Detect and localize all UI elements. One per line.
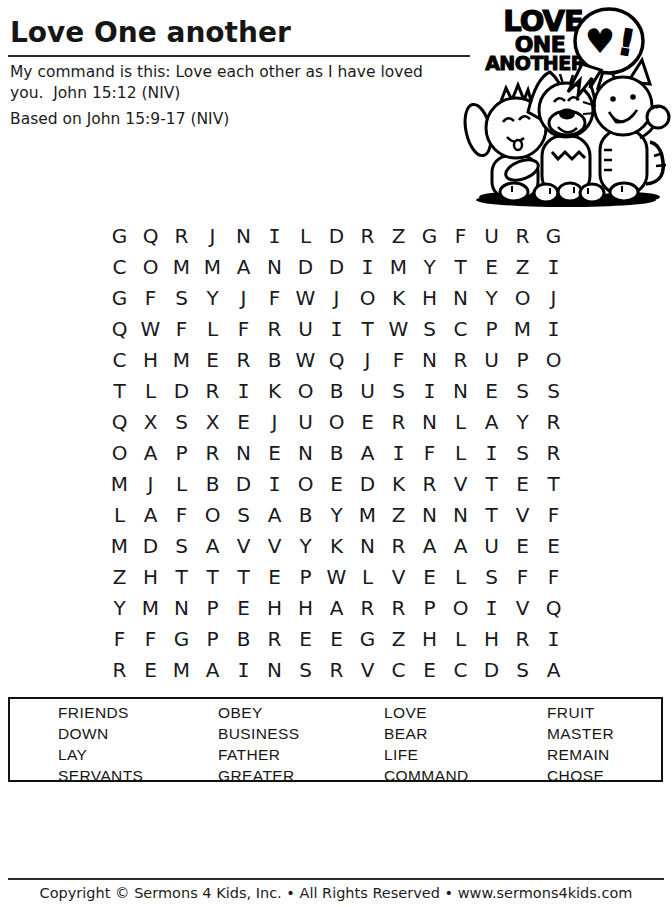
grid-cell[interactable]: R <box>507 220 538 251</box>
grid-cell[interactable]: R <box>507 623 538 654</box>
grid-cell[interactable]: O <box>135 251 166 282</box>
grid-cell[interactable]: S <box>166 406 197 437</box>
grid-cell[interactable]: O <box>290 375 321 406</box>
grid-cell[interactable]: D <box>290 251 321 282</box>
grid-cell[interactable]: Y <box>507 406 538 437</box>
grid-cell[interactable]: T <box>197 561 228 592</box>
grid-cell[interactable]: E <box>476 251 507 282</box>
grid-cell[interactable]: R <box>104 654 135 685</box>
grid-cell[interactable]: T <box>445 251 476 282</box>
grid-cell[interactable]: V <box>507 592 538 623</box>
grid-cell[interactable]: S <box>507 437 538 468</box>
grid-cell[interactable]: L <box>445 437 476 468</box>
grid-cell[interactable]: N <box>166 592 197 623</box>
grid-cell[interactable]: M <box>166 344 197 375</box>
grid-cell[interactable]: M <box>166 654 197 685</box>
grid-cell[interactable]: N <box>228 220 259 251</box>
footer-divider <box>8 878 664 880</box>
grid-cell[interactable]: V <box>383 561 414 592</box>
grid-cell[interactable]: Q <box>104 406 135 437</box>
grid-cell[interactable]: G <box>538 220 569 251</box>
grid-cell[interactable]: Y <box>104 592 135 623</box>
grid-cell[interactable]: T <box>538 468 569 499</box>
grid-cell[interactable]: A <box>197 654 228 685</box>
grid-cell[interactable]: N <box>414 499 445 530</box>
grid-cell[interactable]: N <box>445 499 476 530</box>
grid-cell[interactable]: S <box>507 375 538 406</box>
grid-cell[interactable]: E <box>321 468 352 499</box>
grid-cell[interactable]: F <box>445 220 476 251</box>
grid-cell[interactable]: S <box>476 561 507 592</box>
grid-cell[interactable]: R <box>414 468 445 499</box>
grid-cell[interactable]: U <box>476 220 507 251</box>
grid-cell[interactable]: P <box>166 437 197 468</box>
grid-cell[interactable]: R <box>352 592 383 623</box>
grid-cell[interactable]: I <box>476 592 507 623</box>
grid-cell[interactable]: L <box>445 561 476 592</box>
grid-cell[interactable]: W <box>135 313 166 344</box>
grid-cell[interactable]: N <box>259 251 290 282</box>
grid-cell[interactable]: S <box>538 375 569 406</box>
grid-cell[interactable]: N <box>228 437 259 468</box>
grid-cell[interactable]: V <box>445 468 476 499</box>
grid-cell[interactable]: U <box>290 313 321 344</box>
grid-cell[interactable]: L <box>290 220 321 251</box>
grid-cell[interactable]: I <box>259 468 290 499</box>
based-on-text: Based on John 15:9-17 (NIV) <box>10 110 480 128</box>
grid-cell[interactable]: V <box>507 499 538 530</box>
grid-cell[interactable]: T <box>352 313 383 344</box>
grid-cell[interactable]: P <box>476 313 507 344</box>
grid-cell[interactable]: E <box>290 623 321 654</box>
grid-cell[interactable]: I <box>538 313 569 344</box>
grid-cell[interactable]: N <box>445 375 476 406</box>
grid-cell[interactable]: T <box>166 561 197 592</box>
word-bank-item: OBEY <box>218 702 300 723</box>
worksheet-page: Love One another My command is this: Lov… <box>0 0 672 907</box>
grid-cell[interactable]: H <box>476 623 507 654</box>
grid-cell[interactable]: A <box>476 406 507 437</box>
grid-cell[interactable]: F <box>166 499 197 530</box>
grid-cell[interactable]: K <box>383 282 414 313</box>
grid-cell[interactable]: N <box>290 437 321 468</box>
grid-cell[interactable]: O <box>290 468 321 499</box>
grid-cell[interactable]: J <box>321 282 352 313</box>
grid-cell[interactable]: F <box>228 313 259 344</box>
love-one-another-illustration: LOVE ONE ANOTHER ♥ ! <box>462 0 672 212</box>
grid-cell[interactable]: R <box>538 437 569 468</box>
grid-cell[interactable]: Q <box>135 220 166 251</box>
word-bank-item: CHOSE <box>547 765 614 786</box>
grid-cell[interactable]: Z <box>383 499 414 530</box>
grid-cell[interactable]: F <box>135 623 166 654</box>
grid-cell[interactable]: B <box>321 437 352 468</box>
grid-cell[interactable]: M <box>197 251 228 282</box>
grid-cell[interactable]: D <box>321 251 352 282</box>
grid-cell[interactable]: J <box>228 282 259 313</box>
grid-cell[interactable]: E <box>259 437 290 468</box>
grid-cell[interactable]: C <box>104 251 135 282</box>
grid-cell[interactable]: S <box>166 282 197 313</box>
grid-cell[interactable]: E <box>507 468 538 499</box>
grid-cell[interactable]: G <box>166 623 197 654</box>
grid-cell[interactable]: S <box>290 654 321 685</box>
grid-cell[interactable]: O <box>352 282 383 313</box>
copyright-text: Copyright © Sermons 4 Kids, Inc. • All R… <box>0 885 672 901</box>
grid-cell[interactable]: C <box>104 344 135 375</box>
grid-cell[interactable]: I <box>476 437 507 468</box>
grid-cell[interactable]: M <box>104 468 135 499</box>
grid-cell[interactable]: J <box>538 282 569 313</box>
word-bank-column: LOVEBEARLIFECOMMAND <box>384 702 469 786</box>
grid-cell[interactable]: F <box>538 499 569 530</box>
grid-cell[interactable]: H <box>259 592 290 623</box>
grid-cell[interactable]: D <box>228 468 259 499</box>
grid-cell[interactable]: S <box>383 375 414 406</box>
grid-cell[interactable]: P <box>197 592 228 623</box>
grid-cell[interactable]: Y <box>197 282 228 313</box>
grid-cell[interactable]: E <box>507 530 538 561</box>
grid-cell[interactable]: E <box>197 344 228 375</box>
grid-cell[interactable]: T <box>104 375 135 406</box>
grid-cell[interactable]: N <box>414 344 445 375</box>
grid-cell[interactable]: P <box>290 561 321 592</box>
caption-another: ANOTHER <box>485 52 586 74</box>
word-bank-item: LOVE <box>384 702 469 723</box>
grid-cell[interactable]: A <box>259 499 290 530</box>
grid-cell[interactable]: R <box>197 375 228 406</box>
grid-cell[interactable]: A <box>197 530 228 561</box>
grid-cell[interactable]: X <box>135 406 166 437</box>
grid-cell[interactable]: I <box>383 437 414 468</box>
grid-cell[interactable]: I <box>228 375 259 406</box>
grid-cell[interactable]: X <box>197 406 228 437</box>
grid-cell[interactable]: L <box>166 468 197 499</box>
grid-cell[interactable]: Z <box>383 220 414 251</box>
grid-cell[interactable]: N <box>352 530 383 561</box>
word-bank: FRIENDSDOWNLAYSERVANTS OBEYBUSINESSFATHE… <box>8 697 663 782</box>
grid-cell[interactable]: W <box>383 313 414 344</box>
grid-cell[interactable]: Q <box>104 313 135 344</box>
grid-cell[interactable]: L <box>445 623 476 654</box>
grid-cell[interactable]: R <box>228 344 259 375</box>
grid-cell[interactable]: O <box>321 406 352 437</box>
grid-cell[interactable]: E <box>538 530 569 561</box>
word-bank-item: LAY <box>58 744 143 765</box>
grid-cell[interactable]: N <box>259 654 290 685</box>
grid-cell[interactable]: S <box>228 499 259 530</box>
grid-cell[interactable]: W <box>290 282 321 313</box>
grid-cell[interactable]: A <box>228 251 259 282</box>
grid-cell[interactable]: A <box>352 437 383 468</box>
word-bank-item: LIFE <box>384 744 469 765</box>
word-bank-item: SERVANTS <box>58 765 143 786</box>
grid-cell[interactable]: R <box>259 623 290 654</box>
grid-cell[interactable]: D <box>166 375 197 406</box>
grid-cell[interactable]: B <box>197 468 228 499</box>
grid-cell[interactable]: A <box>538 654 569 685</box>
grid-cell[interactable]: L <box>197 313 228 344</box>
grid-cell[interactable]: H <box>290 592 321 623</box>
grid-cell[interactable]: S <box>507 654 538 685</box>
grid-cell[interactable]: Z <box>104 561 135 592</box>
grid-cell[interactable]: E <box>414 561 445 592</box>
verse-text: My command is this: Love each other as I… <box>10 62 480 104</box>
word-bank-column: OBEYBUSINESSFATHERGREATER <box>218 702 300 786</box>
grid-cell[interactable]: R <box>166 220 197 251</box>
grid-cell[interactable]: D <box>321 220 352 251</box>
grid-cell[interactable]: T <box>476 468 507 499</box>
grid-cell[interactable]: R <box>259 313 290 344</box>
word-bank-item: FRIENDS <box>58 702 143 723</box>
grid-cell[interactable]: P <box>507 344 538 375</box>
grid-cell[interactable]: A <box>321 592 352 623</box>
grid-cell[interactable]: N <box>445 282 476 313</box>
grid-cell[interactable]: E <box>414 654 445 685</box>
grid-cell[interactable]: F <box>507 561 538 592</box>
grid-cell[interactable]: J <box>259 406 290 437</box>
grid-cell[interactable]: D <box>135 530 166 561</box>
grid-cell[interactable]: I <box>538 251 569 282</box>
grid-cell[interactable]: J <box>197 220 228 251</box>
grid-cell[interactable]: O <box>507 282 538 313</box>
grid-cell[interactable]: F <box>104 623 135 654</box>
grid-cell[interactable]: U <box>476 344 507 375</box>
grid-cell[interactable]: U <box>476 530 507 561</box>
grid-cell[interactable]: N <box>414 406 445 437</box>
grid-cell[interactable]: I <box>352 251 383 282</box>
grid-cell[interactable]: I <box>259 220 290 251</box>
grid-cell[interactable]: W <box>321 561 352 592</box>
grid-cell[interactable]: C <box>445 313 476 344</box>
word-search-grid: GQRJNILDRZGFURGCOMMANDDIMYTEZIGFSYJFWJOK… <box>104 220 569 685</box>
page-title: Love One another <box>10 16 291 49</box>
grid-cell[interactable]: U <box>290 406 321 437</box>
grid-cell[interactable]: J <box>352 344 383 375</box>
grid-cell[interactable]: U <box>352 375 383 406</box>
grid-cell[interactable]: R <box>352 220 383 251</box>
grid-cell[interactable]: I <box>414 375 445 406</box>
grid-cell[interactable]: V <box>352 654 383 685</box>
word-bank-item: REMAIN <box>547 744 614 765</box>
word-bank-item: MASTER <box>547 723 614 744</box>
grid-cell[interactable]: L <box>352 561 383 592</box>
grid-cell[interactable]: M <box>135 592 166 623</box>
grid-cell[interactable]: A <box>414 530 445 561</box>
grid-cell[interactable]: Q <box>321 344 352 375</box>
grid-cell[interactable]: T <box>228 561 259 592</box>
grid-cell[interactable]: C <box>445 654 476 685</box>
grid-cell[interactable]: R <box>383 406 414 437</box>
grid-cell[interactable]: R <box>538 406 569 437</box>
grid-cell[interactable]: R <box>197 437 228 468</box>
grid-cell[interactable]: W <box>290 344 321 375</box>
grid-cell[interactable]: H <box>135 344 166 375</box>
title-divider <box>8 55 470 57</box>
grid-cell[interactable]: K <box>321 530 352 561</box>
grid-cell[interactable]: H <box>414 282 445 313</box>
word-bank-item: GREATER <box>218 765 300 786</box>
grid-cell[interactable]: V <box>228 530 259 561</box>
grid-cell[interactable]: A <box>135 437 166 468</box>
grid-cell[interactable]: Y <box>321 499 352 530</box>
grid-cell[interactable]: Q <box>538 592 569 623</box>
word-bank-item: BEAR <box>384 723 469 744</box>
grid-cell[interactable]: O <box>538 344 569 375</box>
grid-cell[interactable]: O <box>197 499 228 530</box>
grid-cell[interactable]: B <box>321 375 352 406</box>
grid-cell[interactable]: R <box>383 592 414 623</box>
grid-cell[interactable]: O <box>445 592 476 623</box>
grid-cell[interactable]: E <box>321 623 352 654</box>
grid-cell[interactable]: H <box>135 561 166 592</box>
grid-cell[interactable]: S <box>166 530 197 561</box>
grid-cell[interactable]: M <box>166 251 197 282</box>
grid-cell[interactable]: K <box>383 468 414 499</box>
grid-cell[interactable]: F <box>166 313 197 344</box>
grid-cell[interactable]: F <box>135 282 166 313</box>
grid-cell[interactable]: F <box>259 282 290 313</box>
word-bank-item: FRUIT <box>547 702 614 723</box>
word-bank-item: BUSINESS <box>218 723 300 744</box>
word-bank-column: FRUITMASTERREMAINCHOSE <box>547 702 614 786</box>
grid-cell[interactable]: O <box>104 437 135 468</box>
grid-cell[interactable]: M <box>507 313 538 344</box>
grid-cell[interactable]: F <box>538 561 569 592</box>
grid-cell[interactable]: F <box>383 344 414 375</box>
grid-cell[interactable]: A <box>445 530 476 561</box>
grid-cell[interactable]: I <box>228 654 259 685</box>
grid-cell[interactable]: G <box>104 220 135 251</box>
grid-cell[interactable]: L <box>135 375 166 406</box>
grid-cell[interactable]: L <box>445 406 476 437</box>
grid-cell[interactable]: B <box>290 499 321 530</box>
grid-cell[interactable]: G <box>104 282 135 313</box>
grid-cell[interactable]: A <box>135 499 166 530</box>
grid-cell[interactable]: B <box>259 344 290 375</box>
grid-cell[interactable]: J <box>135 468 166 499</box>
grid-cell[interactable]: B <box>228 623 259 654</box>
grid-cell[interactable]: M <box>352 499 383 530</box>
grid-cell[interactable]: Y <box>290 530 321 561</box>
grid-cell[interactable]: E <box>259 561 290 592</box>
word-bank-item: DOWN <box>58 723 143 744</box>
grid-cell[interactable]: G <box>414 220 445 251</box>
grid-cell[interactable]: R <box>445 344 476 375</box>
grid-cell[interactable]: T <box>476 499 507 530</box>
heart-icon: ♥ <box>585 21 615 61</box>
paws-icon <box>500 183 638 202</box>
word-bank-item: FATHER <box>218 744 300 765</box>
grid-cell[interactable]: Z <box>507 251 538 282</box>
grid-cell[interactable]: R <box>321 654 352 685</box>
grid-cell[interactable]: M <box>104 530 135 561</box>
grid-cell[interactable]: R <box>383 530 414 561</box>
grid-cell[interactable]: Z <box>383 623 414 654</box>
grid-cell[interactable]: K <box>259 375 290 406</box>
grid-cell[interactable]: H <box>414 623 445 654</box>
grid-cell[interactable]: L <box>104 499 135 530</box>
grid-cell[interactable]: I <box>321 313 352 344</box>
grid-cell[interactable]: E <box>228 592 259 623</box>
grid-cell[interactable]: V <box>259 530 290 561</box>
grid-cell[interactable]: E <box>135 654 166 685</box>
grid-cell[interactable]: F <box>414 437 445 468</box>
word-bank-column: FRIENDSDOWNLAYSERVANTS <box>58 702 143 786</box>
grid-cell[interactable]: E <box>352 406 383 437</box>
grid-cell[interactable]: Y <box>476 282 507 313</box>
grid-cell[interactable]: D <box>476 654 507 685</box>
grid-cell[interactable]: E <box>228 406 259 437</box>
grid-cell[interactable]: S <box>414 313 445 344</box>
grid-cell[interactable]: P <box>414 592 445 623</box>
grid-cell[interactable]: I <box>538 623 569 654</box>
word-bank-item: COMMAND <box>384 765 469 786</box>
grid-cell[interactable]: M <box>383 251 414 282</box>
grid-cell[interactable]: P <box>197 623 228 654</box>
grid-cell[interactable]: E <box>476 375 507 406</box>
grid-cell[interactable]: Y <box>414 251 445 282</box>
grid-cell[interactable]: C <box>383 654 414 685</box>
grid-cell[interactable]: D <box>352 468 383 499</box>
grid-cell[interactable]: G <box>352 623 383 654</box>
